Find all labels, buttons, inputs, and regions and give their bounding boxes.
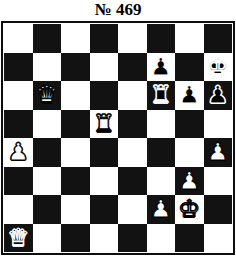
square-d3[interactable] — [90, 167, 119, 196]
square-g8[interactable] — [175, 24, 204, 53]
square-c2[interactable] — [61, 195, 90, 224]
square-b6[interactable]: ♛ — [33, 81, 62, 110]
square-c1[interactable] — [61, 224, 90, 253]
square-a6[interactable] — [4, 81, 33, 110]
square-f5[interactable] — [147, 110, 176, 139]
square-g6[interactable]: ♟ — [175, 81, 204, 110]
square-c4[interactable] — [61, 138, 90, 167]
square-h7[interactable]: ♚ — [204, 53, 233, 82]
square-d5[interactable]: ♜ — [90, 110, 119, 139]
square-e5[interactable] — [118, 110, 147, 139]
black-pawn-icon: ♟ — [150, 55, 172, 79]
black-king-icon: ♚ — [207, 55, 229, 79]
square-d2[interactable] — [90, 195, 119, 224]
square-f6[interactable]: ♜ — [147, 81, 176, 110]
square-h5[interactable] — [204, 110, 233, 139]
square-e4[interactable] — [118, 138, 147, 167]
square-b3[interactable] — [33, 167, 62, 196]
square-a5[interactable] — [4, 110, 33, 139]
square-c6[interactable] — [61, 81, 90, 110]
square-f4[interactable] — [147, 138, 176, 167]
square-d1[interactable] — [90, 224, 119, 253]
square-d6[interactable] — [90, 81, 119, 110]
square-g2[interactable]: ♚ — [175, 195, 204, 224]
white-queen-icon: ♛ — [36, 83, 58, 107]
square-g4[interactable] — [175, 138, 204, 167]
square-c7[interactable] — [61, 53, 90, 82]
square-a7[interactable] — [4, 53, 33, 82]
chess-board: ♟♚♛♜♟♟♜♟♟♟♟♚♛ — [1, 21, 235, 255]
square-e1[interactable] — [118, 224, 147, 253]
square-c3[interactable] — [61, 167, 90, 196]
square-f2[interactable]: ♟ — [147, 195, 176, 224]
square-a4[interactable]: ♟ — [4, 138, 33, 167]
square-d7[interactable] — [90, 53, 119, 82]
square-e6[interactable] — [118, 81, 147, 110]
square-f1[interactable] — [147, 224, 176, 253]
puzzle-number: № 469 — [0, 0, 236, 20]
square-f7[interactable]: ♟ — [147, 53, 176, 82]
white-king-icon: ♚ — [178, 197, 200, 221]
square-e2[interactable] — [118, 195, 147, 224]
square-f3[interactable] — [147, 167, 176, 196]
black-rook-icon: ♜ — [150, 83, 172, 107]
chess-diagram: № 469 ♟♚♛♜♟♟♜♟♟♟♟♚♛ — [0, 0, 236, 260]
square-d8[interactable] — [90, 24, 119, 53]
square-b4[interactable] — [33, 138, 62, 167]
square-d4[interactable] — [90, 138, 119, 167]
square-h2[interactable] — [204, 195, 233, 224]
black-queen-icon: ♛ — [7, 226, 29, 250]
square-f8[interactable] — [147, 24, 176, 53]
white-pawn-icon: ♟ — [178, 169, 200, 193]
black-pawn-icon: ♟ — [178, 83, 200, 107]
square-b5[interactable] — [33, 110, 62, 139]
square-h4[interactable]: ♟ — [204, 138, 233, 167]
square-g7[interactable] — [175, 53, 204, 82]
square-b1[interactable] — [33, 224, 62, 253]
square-h3[interactable] — [204, 167, 233, 196]
square-h6[interactable]: ♟ — [204, 81, 233, 110]
white-pawn-icon: ♟ — [7, 140, 29, 164]
white-pawn-icon: ♟ — [150, 197, 172, 221]
square-e8[interactable] — [118, 24, 147, 53]
square-g1[interactable] — [175, 224, 204, 253]
square-a8[interactable] — [4, 24, 33, 53]
square-b2[interactable] — [33, 195, 62, 224]
square-c5[interactable] — [61, 110, 90, 139]
square-a1[interactable]: ♛ — [4, 224, 33, 253]
square-c8[interactable] — [61, 24, 90, 53]
square-g3[interactable]: ♟ — [175, 167, 204, 196]
square-a2[interactable] — [4, 195, 33, 224]
square-e7[interactable] — [118, 53, 147, 82]
square-b8[interactable] — [33, 24, 62, 53]
square-h8[interactable] — [204, 24, 233, 53]
square-h1[interactable] — [204, 224, 233, 253]
square-a3[interactable] — [4, 167, 33, 196]
white-rook-icon: ♜ — [93, 112, 115, 136]
white-pawn-icon: ♟ — [207, 140, 229, 164]
square-g5[interactable] — [175, 110, 204, 139]
square-b7[interactable] — [33, 53, 62, 82]
black-pawn-icon: ♟ — [207, 83, 229, 107]
square-e3[interactable] — [118, 167, 147, 196]
